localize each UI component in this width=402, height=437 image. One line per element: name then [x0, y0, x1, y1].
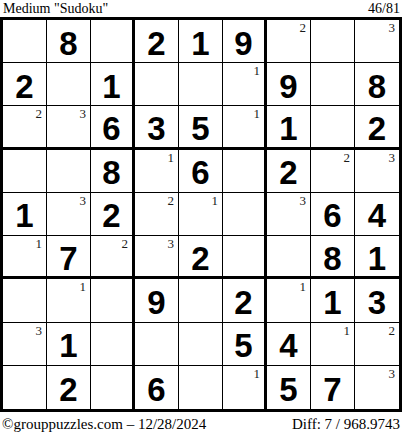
cell-digit: 6: [102, 108, 120, 145]
pencil-mark: 2: [389, 324, 396, 338]
cell-digit: 6: [323, 195, 341, 232]
cell-digit: 8: [59, 23, 77, 60]
pencil-mark: 3: [168, 237, 175, 251]
cell-r8c1[interactable]: 3: [3, 323, 47, 366]
cell-r7c4[interactable]: 9: [135, 279, 179, 322]
cell-r3c5[interactable]: 5: [179, 106, 223, 149]
cell-digit: 3: [368, 282, 386, 319]
cell-digit: 2: [279, 152, 297, 189]
cell-digit: 2: [147, 23, 165, 60]
pencil-mark: 1: [212, 194, 219, 208]
copyright-text: ©grouppuzzles.com – 12/28/2024: [2, 416, 206, 433]
cell-r2c3[interactable]: 1: [91, 63, 135, 106]
cell-digit: 7: [323, 369, 341, 406]
cell-r9c7[interactable]: 5: [267, 366, 311, 409]
cell-digit: 5: [234, 325, 252, 362]
cell-digit: 2: [15, 66, 33, 103]
pencil-mark: 1: [254, 107, 261, 121]
cell-r8c8[interactable]: 1: [311, 323, 355, 366]
pencil-mark: 3: [80, 194, 87, 208]
cell-r8c6[interactable]: 5: [223, 323, 267, 366]
cell-digit: 1: [102, 66, 120, 103]
cell-digit: 4: [368, 195, 386, 232]
cell-r6c2[interactable]: 7: [47, 236, 91, 279]
cell-r3c7[interactable]: 1: [267, 106, 311, 149]
cell-r4c5[interactable]: 6: [179, 150, 223, 193]
cell-r2c8[interactable]: [311, 63, 355, 106]
cell-r1c9[interactable]: 3: [355, 20, 399, 63]
cell-r7c2[interactable]: 1: [47, 279, 91, 322]
cell-r1c7[interactable]: 2: [267, 20, 311, 63]
cell-r7c5[interactable]: [179, 279, 223, 322]
pencil-mark: 2: [300, 21, 307, 35]
pencil-mark: 3: [80, 107, 87, 121]
pencil-mark: 1: [36, 237, 43, 251]
puzzle-title: Medium "Sudoku": [3, 1, 108, 16]
cell-r7c3[interactable]: [91, 279, 135, 322]
cell-digit: 5: [279, 369, 297, 406]
cell-r3c6[interactable]: 1: [223, 106, 267, 149]
cell-r2c7[interactable]: 9: [267, 63, 311, 106]
cell-r1c4[interactable]: 2: [135, 20, 179, 63]
cell-r7c9[interactable]: 3: [355, 279, 399, 322]
cell-digit: 1: [279, 108, 297, 145]
cell-r5c9[interactable]: 4: [355, 193, 399, 236]
cell-digit: 7: [59, 238, 77, 275]
cell-r6c8[interactable]: 8: [311, 236, 355, 279]
cell-digit: 5: [191, 108, 209, 145]
cell-digit: 1: [368, 238, 386, 275]
cell-r8c7[interactable]: 4: [267, 323, 311, 366]
cell-r2c6[interactable]: 1: [223, 63, 267, 106]
cell-r8c4[interactable]: [135, 323, 179, 366]
pencil-mark: 2: [36, 107, 43, 121]
pencil-mark: 2: [122, 237, 129, 251]
cell-r7c8[interactable]: 1: [311, 279, 355, 322]
cell-r3c9[interactable]: 2: [355, 106, 399, 149]
cell-r7c1[interactable]: [3, 279, 47, 322]
cell-r4c6[interactable]: [223, 150, 267, 193]
cell-r6c7[interactable]: [267, 236, 311, 279]
cell-r4c8[interactable]: 2: [311, 150, 355, 193]
pencil-mark: 1: [344, 324, 351, 338]
cell-digit: 8: [323, 238, 341, 275]
cell-r9c6[interactable]: 1: [223, 366, 267, 409]
cell-r7c7[interactable]: 1: [267, 279, 311, 322]
cell-r5c3[interactable]: 2: [91, 193, 135, 236]
pencil-mark: 3: [389, 367, 396, 381]
cell-r9c3[interactable]: [91, 366, 135, 409]
cell-digit: 6: [147, 369, 165, 406]
cell-digit: 1: [191, 23, 209, 60]
cell-digit: 9: [279, 66, 297, 103]
cell-r9c2[interactable]: 2: [47, 366, 91, 409]
cell-r1c3[interactable]: [91, 20, 135, 63]
cell-r4c3[interactable]: 8: [91, 150, 135, 193]
cell-digit: 1: [323, 282, 341, 319]
cell-digit: 6: [191, 152, 209, 189]
cell-r7c6[interactable]: 2: [223, 279, 267, 322]
cell-r3c2[interactable]: 3: [47, 106, 91, 149]
cell-digit: 2: [368, 108, 386, 145]
header-bar: Medium "Sudoku" 46/81: [0, 0, 402, 17]
pencil-mark: 1: [254, 367, 261, 381]
cell-r8c9[interactable]: 2: [355, 323, 399, 366]
cell-r3c8[interactable]: [311, 106, 355, 149]
cell-r1c2[interactable]: 8: [47, 20, 91, 63]
cell-digit: 1: [59, 325, 77, 362]
cell-digit: 9: [234, 23, 252, 60]
footer-bar: ©grouppuzzles.com – 12/28/2024 Diff: 7 /…: [0, 415, 402, 437]
cell-r1c8[interactable]: [311, 20, 355, 63]
pencil-mark: 1: [254, 64, 261, 78]
pencil-mark: 3: [300, 194, 307, 208]
cell-r4c9[interactable]: 3: [355, 150, 399, 193]
cell-digit: 2: [59, 369, 77, 406]
cell-r6c3[interactable]: 2: [91, 236, 135, 279]
pencil-mark: 3: [389, 151, 396, 165]
cell-r9c9[interactable]: 3: [355, 366, 399, 409]
cell-r9c4[interactable]: 6: [135, 366, 179, 409]
cell-r1c1[interactable]: [3, 20, 47, 63]
cell-r5c6[interactable]: [223, 193, 267, 236]
cell-r9c8[interactable]: 7: [311, 366, 355, 409]
cell-r2c2[interactable]: [47, 63, 91, 106]
cell-r5c7[interactable]: 3: [267, 193, 311, 236]
difficulty-text: Diff: 7 / 968.9743: [292, 416, 400, 433]
progress-counter: 46/81: [368, 1, 400, 16]
pencil-mark: 3: [36, 324, 43, 338]
cell-r4c1[interactable]: [3, 150, 47, 193]
cell-r6c6[interactable]: [223, 236, 267, 279]
cell-r1c5[interactable]: 1: [179, 20, 223, 63]
cell-r8c3[interactable]: [91, 323, 135, 366]
cell-r3c1[interactable]: 2: [3, 106, 47, 149]
cell-digit: 2: [102, 195, 120, 232]
cell-r9c5[interactable]: [179, 366, 223, 409]
cell-digit: 8: [368, 66, 386, 103]
pencil-mark: 2: [344, 151, 351, 165]
cell-r3c3[interactable]: 6: [91, 106, 135, 149]
cell-digit: 2: [191, 238, 209, 275]
cell-r9c1[interactable]: [3, 366, 47, 409]
cell-r4c2[interactable]: [47, 150, 91, 193]
pencil-mark: 1: [300, 280, 307, 294]
cell-r8c5[interactable]: [179, 323, 223, 366]
cell-digit: 1: [15, 195, 33, 232]
cell-digit: 8: [102, 152, 120, 189]
cell-r4c4[interactable]: 1: [135, 150, 179, 193]
cell-r2c9[interactable]: 8: [355, 63, 399, 106]
cell-digit: 3: [147, 108, 165, 145]
cell-r6c1[interactable]: 1: [3, 236, 47, 279]
cell-r6c4[interactable]: 3: [135, 236, 179, 279]
cell-r2c4[interactable]: [135, 63, 179, 106]
cell-r2c5[interactable]: [179, 63, 223, 106]
cell-r6c5[interactable]: 2: [179, 236, 223, 279]
cell-r5c5[interactable]: 1: [179, 193, 223, 236]
cell-r6c9[interactable]: 1: [355, 236, 399, 279]
cell-r5c1[interactable]: 1: [3, 193, 47, 236]
pencil-mark: 3: [389, 21, 396, 35]
cell-r8c2[interactable]: 1: [47, 323, 91, 366]
cell-r1c6[interactable]: 9: [223, 20, 267, 63]
cell-r3c4[interactable]: 3: [135, 106, 179, 149]
cell-r5c2[interactable]: 3: [47, 193, 91, 236]
sudoku-board: 8219232119823635112816223132213641723281…: [0, 17, 402, 412]
pencil-mark: 2: [168, 194, 175, 208]
cell-digit: 4: [279, 325, 297, 362]
pencil-mark: 1: [80, 280, 87, 294]
cell-r5c4[interactable]: 2: [135, 193, 179, 236]
pencil-mark: 1: [168, 151, 175, 165]
cell-r4c7[interactable]: 2: [267, 150, 311, 193]
cell-digit: 9: [147, 282, 165, 319]
cell-r2c1[interactable]: 2: [3, 63, 47, 106]
cell-digit: 2: [234, 282, 252, 319]
sudoku-page: Medium "Sudoku" 46/81 821923211982363511…: [0, 0, 402, 437]
cell-r5c8[interactable]: 6: [311, 193, 355, 236]
